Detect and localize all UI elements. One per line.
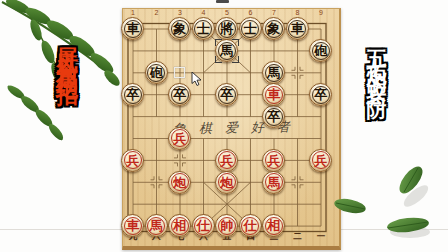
file-label-top-4: 4 [199,9,209,16]
top-edge-artifact [216,0,229,3]
piece-glyph: 馬 [267,175,280,188]
piece-glyph: 馬 [267,66,280,79]
file-label-top-5: 5 [222,9,232,16]
piece-black-elephant-left[interactable]: 象 [168,17,191,40]
piece-glyph: 兵 [267,153,280,166]
xiangqi-board[interactable]: 象棋爱好者 123456789 九八七六五四三二一 車象士將士象車馬砲砲馬卒卒卒… [122,8,341,250]
piece-glyph: 砲 [150,66,163,79]
file-label-top-1: 1 [128,9,138,16]
right-title-banner: 五七炮的攻与防 [367,34,387,90]
piece-glyph: 炮 [220,175,233,188]
file-label-top-6: 6 [246,9,256,16]
piece-glyph: 仕 [244,219,257,232]
piece-red-chariot-left[interactable]: 車 [121,214,144,237]
right-white-panel [338,0,448,252]
piece-red-horse-right[interactable]: 馬 [262,171,285,194]
piece-red-general[interactable]: 帥 [215,214,238,237]
piece-glyph: 士 [197,22,210,35]
piece-black-advisor-left[interactable]: 士 [192,17,215,40]
piece-black-advisor-right[interactable]: 士 [239,17,262,40]
piece-red-soldier-file3[interactable]: 兵 [168,127,191,150]
piece-glyph: 仕 [197,219,210,232]
piece-red-elephant-right[interactable]: 相 [262,214,285,237]
piece-red-advisor-right[interactable]: 仕 [239,214,262,237]
file-label-top-9: 9 [316,9,326,16]
piece-glyph: 卒 [220,88,233,101]
piece-glyph: 帥 [220,219,233,232]
piece-glyph: 將 [220,22,233,35]
file-label-top-3: 3 [175,9,185,16]
piece-black-cannon-right[interactable]: 砲 [309,39,332,62]
piece-glyph: 卒 [173,88,186,101]
piece-glyph: 象 [267,22,280,35]
piece-glyph: 兵 [220,153,233,166]
piece-glyph: 砲 [314,44,327,57]
piece-glyph: 卒 [126,88,139,101]
piece-red-cannon-file7[interactable]: 炮 [168,171,191,194]
piece-glyph: 車 [291,22,304,35]
piece-red-soldier-file9[interactable]: 兵 [309,149,332,172]
piece-red-horse-left[interactable]: 馬 [145,214,168,237]
piece-red-elephant-left[interactable]: 相 [168,214,191,237]
piece-red-cannon-file5[interactable]: 炮 [215,171,238,194]
piece-black-chariot-right[interactable]: 車 [286,17,309,40]
piece-red-soldier-file5[interactable]: 兵 [215,149,238,172]
piece-red-soldier-file1[interactable]: 兵 [121,149,144,172]
piece-glyph: 車 [126,219,139,232]
piece-glyph: 馬 [150,219,163,232]
file-label-top-7: 7 [269,9,279,16]
piece-red-chariot-advanced[interactable]: 車 [262,83,285,106]
piece-glyph: 象 [173,22,186,35]
piece-black-soldier-file7[interactable]: 卒 [262,105,285,128]
file-label-top-2: 2 [152,9,162,16]
piece-glyph: 車 [267,88,280,101]
piece-black-soldier-file5[interactable]: 卒 [215,83,238,106]
piece-black-soldier-file1[interactable]: 卒 [121,83,144,106]
piece-black-elephant-right[interactable]: 象 [262,17,285,40]
video-frame: 屏风马布局绝招 五七炮的攻与防 象棋爱好者 123456789 九八七六五四三二… [0,0,448,252]
piece-glyph: 兵 [314,153,327,166]
piece-black-horse-right[interactable]: 馬 [262,61,285,84]
piece-black-cannon-left[interactable]: 砲 [145,61,168,84]
move-destination-marker [215,39,239,63]
piece-red-soldier-file7[interactable]: 兵 [262,149,285,172]
piece-red-advisor-left[interactable]: 仕 [192,214,215,237]
piece-glyph: 卒 [314,88,327,101]
piece-glyph: 士 [244,22,257,35]
piece-black-chariot-left[interactable]: 車 [121,17,144,40]
piece-glyph: 相 [267,219,280,232]
left-title-banner: 屏风马布局绝招 [56,30,78,72]
mouse-cursor-icon [191,72,203,87]
piece-black-soldier-file3[interactable]: 卒 [168,83,191,106]
piece-glyph: 車 [126,22,139,35]
piece-glyph: 卒 [267,110,280,123]
piece-glyph: 兵 [126,153,139,166]
piece-glyph: 炮 [173,175,186,188]
piece-black-general[interactable]: 將 [215,17,238,40]
piece-glyph: 相 [173,219,186,232]
piece-glyph: 兵 [173,131,186,144]
piece-black-soldier-file9[interactable]: 卒 [309,83,332,106]
file-label-top-8: 8 [293,9,303,16]
